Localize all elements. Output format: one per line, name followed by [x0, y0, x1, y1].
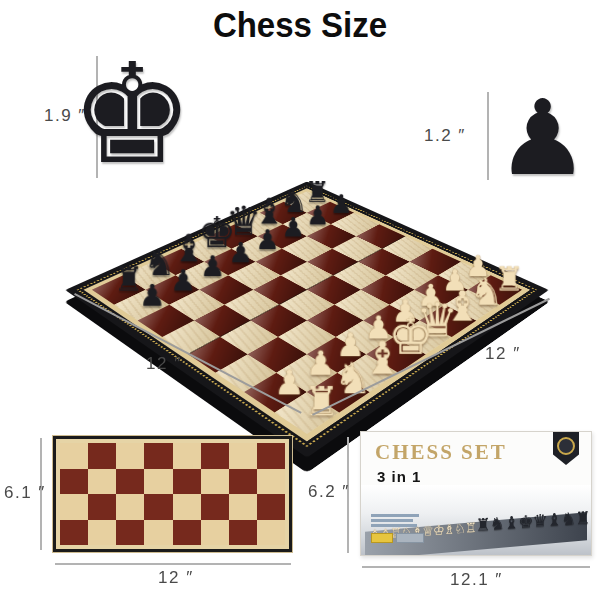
board-frame: ♜♞♝♚♛♝♞♜♟♟♟♟♟♟♟♟♟♟♟♟♟♟♟♟♜♞♝♚♛♝♞♜ [65, 181, 549, 457]
square-f3 [278, 320, 336, 354]
piece-black-king: ♚ [198, 211, 236, 253]
square-e8: ♚ [182, 236, 232, 262]
folded-square [257, 520, 285, 546]
board-3d-plane: ♜♞♝♚♛♝♞♜♟♟♟♟♟♟♟♟♟♟♟♟♟♟♟♟♜♞♝♚♛♝♞♜ [65, 181, 549, 457]
square-a2: ♟ [438, 262, 491, 290]
square-b3 [386, 262, 439, 290]
square-d4 [307, 275, 361, 304]
square-b8: ♞ [260, 202, 307, 224]
folded-square [229, 520, 257, 546]
square-g7: ♟ [146, 275, 200, 304]
folded-square [201, 494, 229, 520]
folded-square [116, 443, 144, 469]
square-c7: ♟ [258, 224, 307, 248]
box-chips [371, 533, 424, 543]
folded-square [173, 469, 201, 495]
folded-square [88, 443, 116, 469]
square-c5 [307, 249, 358, 276]
box-smallprint-line [371, 524, 417, 527]
square-b1: ♞ [445, 290, 500, 321]
box-width-label: 12.1 ″ [450, 570, 503, 590]
piece-white-pawn: ♟ [336, 329, 365, 361]
open-board-right-label: 12 ″ [485, 344, 521, 364]
square-b4 [358, 249, 409, 276]
square-d6 [256, 249, 307, 276]
box-smallprint-line [371, 514, 419, 517]
square-b7: ♟ [283, 213, 331, 236]
piece-black-rook: ♜ [305, 178, 331, 207]
square-g4 [220, 320, 278, 354]
square-e1: ♚ [366, 337, 425, 373]
folded-width-dimension-line [55, 563, 291, 565]
folded-square [88, 494, 116, 520]
folded-square [257, 494, 285, 520]
folded-square [88, 469, 116, 495]
folded-width-label: 12 ″ [158, 568, 194, 588]
folded-square [229, 494, 257, 520]
square-g5 [194, 305, 250, 337]
folded-square [173, 494, 201, 520]
square-f4 [251, 305, 307, 337]
piece-black-pawn: ♟ [281, 214, 305, 241]
chess-size-diagram: Chess Size 1.9 ″ ♚ 1.2 ″ ♟ ♜♞♝♚♛♝♞♜♟♟♟♟♟… [0, 0, 600, 600]
square-h5 [162, 320, 220, 354]
folded-square [144, 469, 172, 495]
piece-white-rook: ♜ [304, 381, 340, 421]
folded-square [60, 443, 88, 469]
square-c2: ♟ [390, 290, 445, 321]
open-board-left-dimension-line [74, 293, 301, 413]
square-e2: ♟ [336, 320, 394, 354]
folded-square [201, 469, 229, 495]
piece-black-bishop: ♝ [254, 194, 286, 229]
folded-grid [60, 443, 285, 545]
piece-white-bishop: ♝ [444, 286, 481, 327]
box-smallprint [371, 512, 419, 530]
square-g8: ♞ [123, 262, 176, 290]
square-a4 [382, 236, 432, 262]
square-d7: ♟ [232, 236, 282, 262]
piece-black-knight: ♞ [280, 185, 309, 217]
square-c8: ♝ [235, 213, 283, 236]
folded-square [116, 494, 144, 520]
box-height-label: 6.2 ″ [308, 482, 350, 502]
box-width-dimension-line [362, 566, 590, 568]
folded-square [116, 520, 144, 546]
folded-square [116, 469, 144, 495]
piece-white-pawn: ♟ [306, 347, 336, 380]
square-a5 [356, 224, 405, 248]
square-d3 [335, 290, 390, 321]
square-h2: ♟ [244, 373, 307, 413]
square-a3 [410, 249, 461, 276]
piece-black-bishop: ♝ [172, 229, 206, 267]
folded-square [144, 443, 172, 469]
square-c3 [361, 275, 415, 304]
folded-square [257, 469, 285, 495]
piece-black-pawn: ♟ [170, 266, 196, 295]
square-f6 [199, 275, 253, 304]
piece-black-pawn: ♟ [228, 239, 253, 267]
piece-black-queen: ♛ [226, 201, 262, 241]
board-margin [84, 188, 531, 441]
folded-square [229, 469, 257, 495]
badge-ring-icon [557, 437, 575, 455]
square-b5 [332, 236, 382, 262]
chess-grid: ♜♞♝♚♛♝♞♜♟♟♟♟♟♟♟♟♟♟♟♟♟♟♟♟♜♞♝♚♛♝♞♜ [92, 191, 522, 434]
piece-black-pawn: ♟ [306, 203, 329, 229]
piece-white-knight: ♞ [470, 274, 503, 311]
box-badge-icon [553, 432, 579, 465]
square-f2: ♟ [307, 337, 366, 373]
square-g3 [248, 337, 307, 373]
square-a1: ♜ [468, 275, 522, 304]
folded-square [257, 443, 285, 469]
piece-white-queen: ♛ [416, 297, 458, 344]
square-f7: ♟ [176, 262, 229, 290]
piece-white-pawn: ♟ [465, 252, 491, 281]
square-c1: ♝ [420, 305, 476, 337]
square-h8: ♜ [92, 275, 146, 304]
piece-black-pawn: ♟ [139, 281, 166, 311]
box-chip-gray [396, 533, 424, 543]
box-smallprint-line [371, 519, 413, 522]
square-g6 [169, 290, 224, 321]
folded-square [88, 520, 116, 546]
square-d2: ♟ [363, 305, 419, 337]
folded-square [201, 520, 229, 546]
board-gold-trim [76, 185, 537, 447]
square-b6 [307, 224, 356, 248]
piece-white-pawn: ♟ [392, 296, 420, 327]
folded-board [53, 436, 292, 552]
square-d5 [281, 262, 334, 290]
folded-square [144, 520, 172, 546]
folded-square [60, 520, 88, 546]
square-e7: ♟ [204, 249, 255, 276]
piece-white-pawn: ♟ [442, 266, 468, 295]
square-d8: ♛ [209, 224, 258, 248]
box-subtitle: 3 in 1 [377, 468, 421, 485]
pawn-piece-icon: ♟ [496, 86, 589, 190]
square-g1: ♞ [307, 373, 370, 413]
piece-white-pawn: ♟ [365, 312, 393, 344]
square-a7: ♟ [307, 202, 354, 224]
square-c4 [333, 262, 386, 290]
piece-white-rook: ♜ [494, 262, 524, 295]
folded-square [201, 443, 229, 469]
piece-black-pawn: ♟ [330, 192, 353, 218]
fold-seam [188, 236, 406, 355]
king-piece-icon: ♚ [70, 46, 194, 184]
piece-black-rook: ♜ [114, 262, 144, 295]
folded-square [144, 494, 172, 520]
square-e3 [307, 305, 363, 337]
square-a8: ♜ [284, 191, 330, 213]
square-f8: ♝ [153, 249, 204, 276]
square-g2: ♟ [277, 354, 338, 392]
square-c6 [282, 236, 332, 262]
pawn-height-label: 1.2 ″ [424, 126, 466, 146]
square-b2: ♟ [415, 275, 469, 304]
square-f5 [224, 290, 279, 321]
square-e6 [228, 262, 281, 290]
piece-white-king: ♚ [388, 311, 433, 361]
folded-square [60, 469, 88, 495]
box-title: CHESS SET [375, 440, 507, 465]
folded-square [173, 443, 201, 469]
open-board-left-label: 12 ″ [146, 354, 182, 374]
product-box: CHESS SET 3 in 1 ♙♙♖♘♗♕♔♗♘♖ ♜♞♝♚♛♝♞♜ [360, 431, 592, 556]
folded-square [173, 520, 201, 546]
folded-height-label: 6.1 ″ [4, 483, 46, 503]
piece-black-knight: ♞ [144, 245, 176, 281]
square-a6 [331, 213, 379, 236]
pawn-dimension-line [487, 92, 489, 180]
square-e5 [253, 275, 307, 304]
piece-white-pawn: ♟ [417, 281, 444, 311]
folded-square [60, 494, 88, 520]
piece-black-pawn: ♟ [200, 252, 226, 281]
piece-white-pawn: ♟ [274, 366, 305, 400]
box-chip-gold [371, 533, 393, 543]
folded-square [229, 443, 257, 469]
square-h7: ♟ [114, 290, 169, 321]
square-h1: ♜ [275, 392, 339, 434]
piece-black-pawn: ♟ [255, 226, 280, 253]
box-photo: ♙♙♖♘♗♕♔♗♘♖ ♜♞♝♚♛♝♞♜ [361, 485, 591, 555]
square-e4 [279, 290, 334, 321]
